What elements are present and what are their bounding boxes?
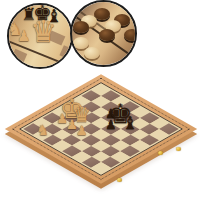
brass-clasp bbox=[176, 147, 181, 151]
chess-piece-light-p: ♟ bbox=[76, 123, 88, 136]
product-photo: ♜♚♝♞♟♛ ♟♚♝♟♚♛♟♟♟♞ bbox=[0, 0, 200, 200]
brass-clasp bbox=[117, 178, 122, 182]
chess-piece-light-n: ♞ bbox=[36, 123, 49, 137]
brass-clasp bbox=[158, 151, 163, 155]
pieces-layer: ♟♚♝♟♚♛♟♟♟♞ bbox=[0, 0, 200, 200]
chess-piece-dark-p: ♟ bbox=[105, 118, 117, 131]
chess-piece-dark-b: ♝ bbox=[122, 114, 138, 132]
